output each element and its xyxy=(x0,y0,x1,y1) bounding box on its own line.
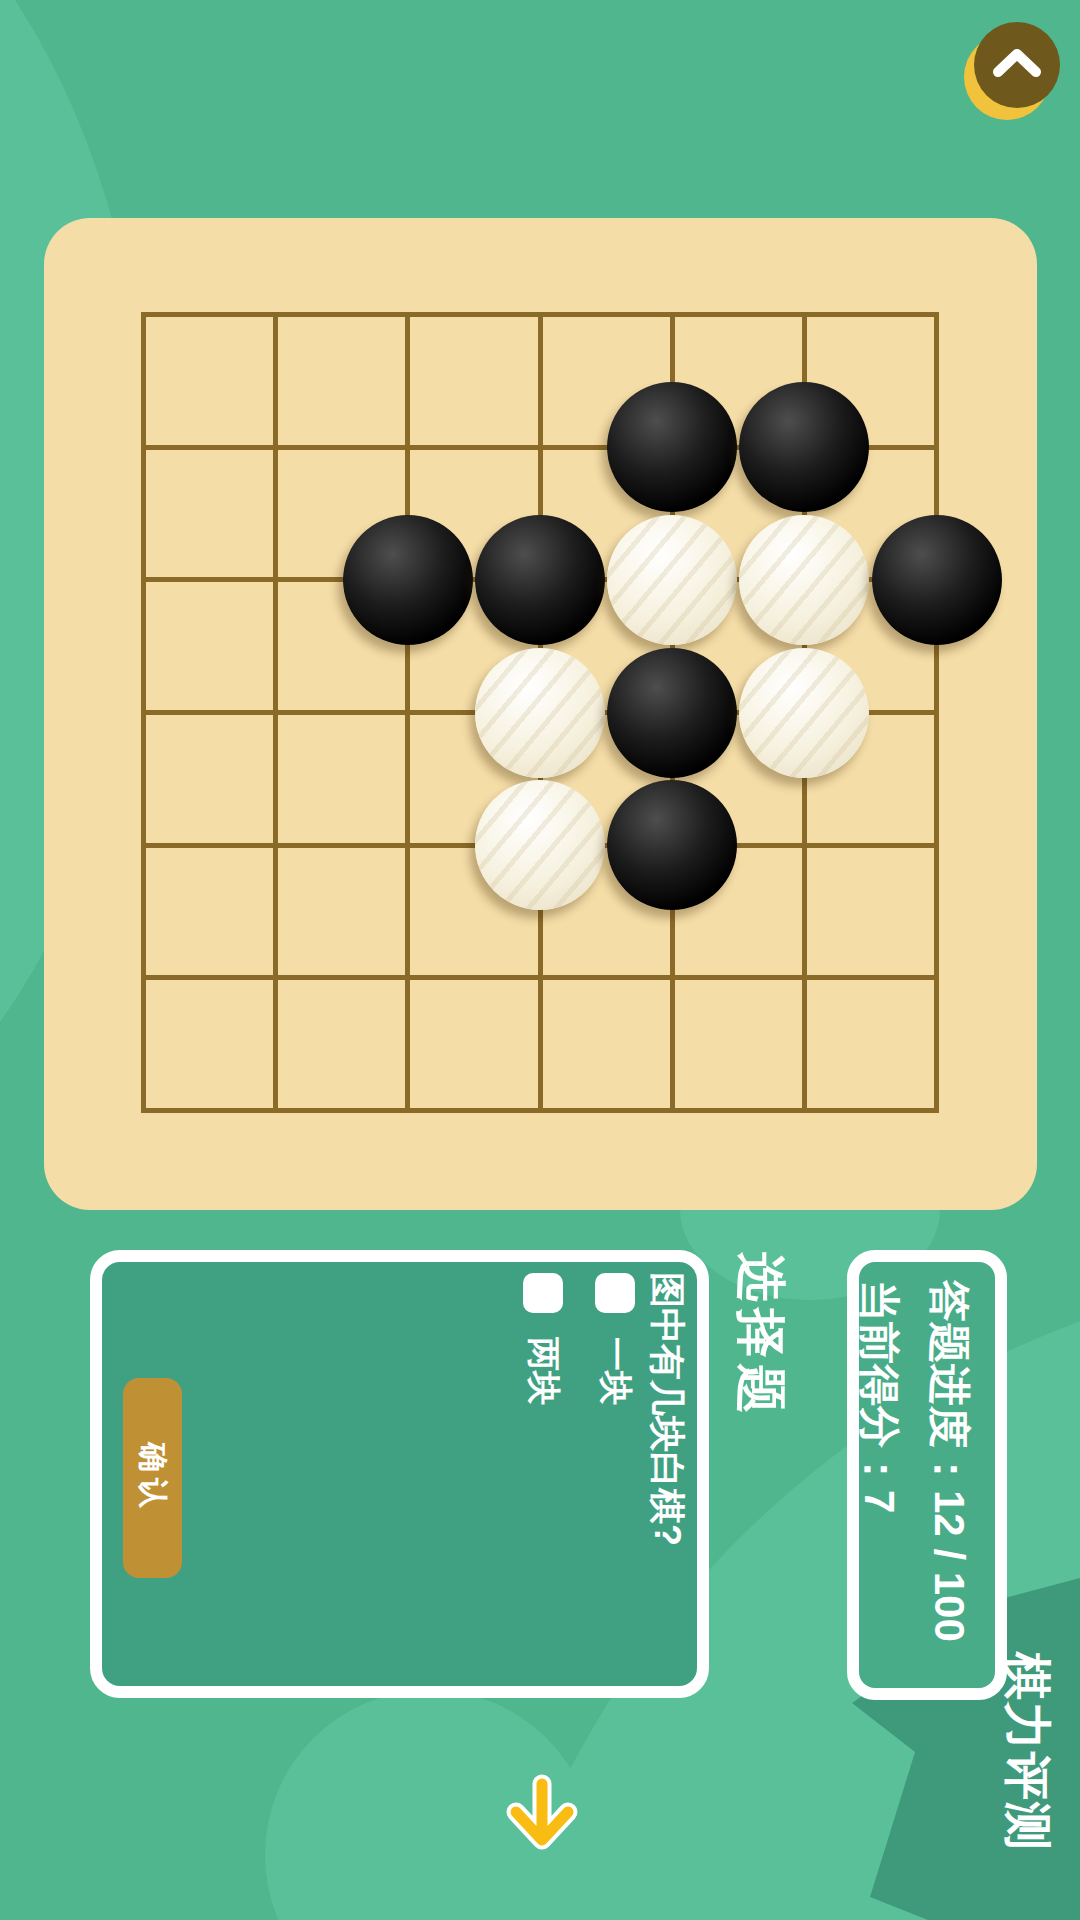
option-checkbox-1[interactable] xyxy=(595,1273,635,1313)
black-stone xyxy=(607,780,737,910)
black-stone xyxy=(607,648,737,778)
option-label-2: 两块 xyxy=(520,1337,566,1405)
black-stone xyxy=(607,382,737,512)
white-stone xyxy=(739,648,869,778)
question-panel-content: 图中有几块白棋? 一块 两块 确认 xyxy=(102,1262,697,1686)
grid-line xyxy=(141,1108,939,1113)
black-stone xyxy=(475,515,605,645)
app-screen: 棋力评测 选择题 图中有几块白棋? 一块 两块 确认 xyxy=(0,0,1080,1920)
scroll-down-arrow-icon[interactable] xyxy=(500,1772,584,1864)
black-stone xyxy=(872,515,1002,645)
white-stone xyxy=(475,648,605,778)
go-board-panel xyxy=(44,218,1037,1210)
button-face xyxy=(974,22,1060,108)
option-checkbox-2[interactable] xyxy=(523,1273,563,1313)
grid-line xyxy=(934,312,939,1113)
progress-panel: 答题进度：12 / 100 当前得分：7 xyxy=(847,1250,1007,1700)
score-text: 当前得分：7 xyxy=(851,1280,907,1513)
go-board-grid xyxy=(141,312,939,1113)
grid-line xyxy=(141,975,939,980)
white-stone xyxy=(739,515,869,645)
progress-panel-content: 答题进度：12 / 100 当前得分：7 xyxy=(859,1262,995,1688)
collapse-button[interactable] xyxy=(960,18,1064,122)
white-stone xyxy=(475,780,605,910)
banner-label: 棋力评测 xyxy=(1000,1652,1054,1852)
option-row-2[interactable]: 两块 xyxy=(523,1273,563,1405)
black-stone xyxy=(739,382,869,512)
question-text: 图中有几块白棋? xyxy=(642,1272,691,1546)
section-title: 选择题 xyxy=(736,1252,786,1424)
chevron-up-icon xyxy=(974,22,1060,108)
section-title-text: 选择题 xyxy=(736,1252,786,1424)
confirm-button[interactable]: 确认 xyxy=(123,1378,182,1578)
question-panel: 图中有几块白棋? 一块 两块 确认 xyxy=(90,1250,709,1698)
black-stone xyxy=(343,515,473,645)
progress-text: 答题进度：12 / 100 xyxy=(921,1280,977,1642)
option-label-1: 一块 xyxy=(592,1337,638,1405)
option-row-1[interactable]: 一块 xyxy=(595,1273,635,1405)
strength-banner: 棋力评测 xyxy=(1000,1652,1054,1852)
white-stone xyxy=(607,515,737,645)
